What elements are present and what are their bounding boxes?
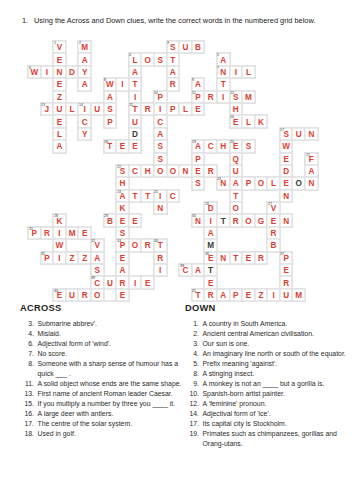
cell-letter: S xyxy=(91,264,104,276)
grid-cell: 29B xyxy=(104,214,117,226)
cell-letter: R xyxy=(204,165,217,177)
down-heading: DOWN xyxy=(185,303,351,313)
clue-text: A solid object whose ends are the same s… xyxy=(38,379,183,389)
grid-cell: 35P xyxy=(41,252,54,264)
cell-letter: F xyxy=(305,153,318,165)
cell-letter: L xyxy=(53,128,66,140)
grid-cell: W xyxy=(53,239,66,251)
grid-cell: I xyxy=(53,252,66,264)
grid-cell: S xyxy=(116,227,129,239)
cell-letter: H xyxy=(141,165,154,177)
cell-letter: Z xyxy=(78,252,91,264)
cell-letter: L xyxy=(179,103,192,115)
grid-cell: E xyxy=(53,115,66,127)
cell-letter: S xyxy=(192,177,205,189)
across-heading: ACROSS xyxy=(20,303,182,313)
grid-cell: O xyxy=(292,177,305,189)
cell-letter: R xyxy=(141,239,154,251)
cell-letter: A xyxy=(104,91,117,103)
clue-text: Primates such as chimpanzees, gorillas a… xyxy=(203,429,352,449)
grid-cell: 12S xyxy=(230,91,243,103)
cell-letter: W xyxy=(280,140,293,152)
clue-item: 14.Adjectival form of 'ice'. xyxy=(185,409,351,419)
grid-cell: Q xyxy=(230,153,243,165)
clue-text: Prefix meaning 'against'. xyxy=(203,359,352,369)
grid-cell: U xyxy=(179,41,192,53)
cell-letter: W xyxy=(28,66,41,78)
grid-cell: N xyxy=(217,252,230,264)
cell-letter: T xyxy=(230,190,243,202)
grid-cell: E xyxy=(280,177,293,189)
cell-letter: I xyxy=(53,252,66,264)
cell-letter: I xyxy=(41,66,54,78)
clue-text: A large deer with antlers. xyxy=(38,409,183,419)
cell-letter: P xyxy=(280,252,293,264)
grid-cell: S xyxy=(192,177,205,189)
cell-letter: O xyxy=(154,165,167,177)
grid-cell: T xyxy=(167,53,180,65)
cell-letter: A xyxy=(154,128,167,140)
cell-letter: A xyxy=(167,66,180,78)
clue-number: 8. xyxy=(20,359,34,379)
grid-cell: 2M xyxy=(78,41,91,53)
grid-cell: E xyxy=(192,165,205,177)
grid-cell: I xyxy=(267,289,280,301)
grid-cell: A xyxy=(154,128,167,140)
grid-cell: E xyxy=(242,252,255,264)
cell-letter: A xyxy=(230,177,243,189)
grid-cell: C xyxy=(129,165,142,177)
cell-letter: I xyxy=(53,227,66,239)
clue-item: 9.A monkey is not an ____ but a gorilla … xyxy=(185,379,351,389)
grid-cell: 41T xyxy=(192,289,205,301)
grid-cell: A xyxy=(78,53,91,65)
cell-letter: O xyxy=(242,214,255,226)
cell-letter: Y xyxy=(78,128,91,140)
cell-letter: P xyxy=(192,91,205,103)
cell-letter: A xyxy=(91,252,104,264)
grid-cell: 15T xyxy=(129,103,142,115)
clue-item: 5.Prefix meaning 'against'. xyxy=(185,359,351,369)
grid-cell: E xyxy=(280,264,293,276)
clue-number: 11. xyxy=(20,379,34,389)
grid-cell: E xyxy=(78,227,91,239)
clue-item: 4.An imaginary line north or south of th… xyxy=(185,349,351,359)
grid-cell: P xyxy=(230,289,243,301)
cell-letter: S xyxy=(167,41,180,53)
cell-letter: P xyxy=(116,239,129,251)
grid-cell: N xyxy=(305,128,318,140)
grid-cell: 4L xyxy=(129,53,142,65)
grid-cell: H xyxy=(230,103,243,115)
grid-cell: E xyxy=(242,289,255,301)
grid-cell: 17S xyxy=(280,128,293,140)
grid-cell: Z xyxy=(255,289,268,301)
cell-letter: T xyxy=(141,190,154,202)
cell-letter: N xyxy=(305,128,318,140)
clue-item: 15.If you multiply a number by three you… xyxy=(20,399,182,409)
cell-letter: N xyxy=(217,252,230,264)
cell-letter: N xyxy=(280,214,293,226)
cell-letter: A xyxy=(217,53,230,65)
grid-cell: E xyxy=(204,276,217,288)
cell-letter: Y xyxy=(78,66,91,78)
grid-cell: Z xyxy=(78,252,91,264)
grid-cell: I xyxy=(217,91,230,103)
grid-cell xyxy=(104,289,117,301)
clue-text: An imaginary line north or south of the … xyxy=(203,349,352,359)
grid-cell: R xyxy=(204,91,217,103)
clue-text: A monkey is not an ____ but a gorilla is… xyxy=(203,379,352,389)
cell-letter: O xyxy=(230,202,243,214)
cell-letter: I xyxy=(154,264,167,276)
cell-letter-given: T xyxy=(204,264,217,276)
grid-cell: E xyxy=(116,289,129,301)
grid-cell: 7N xyxy=(217,66,230,78)
cell-letter: E xyxy=(204,252,217,264)
grid-cell: D xyxy=(129,128,142,140)
cell-letter: M xyxy=(292,289,305,301)
grid-cell: U xyxy=(280,289,293,301)
grid-cell: 1V xyxy=(53,41,66,53)
grid-cell: R xyxy=(78,289,91,301)
grid-cell: E xyxy=(129,214,142,226)
grid-cell: 3S xyxy=(167,41,180,53)
cell-letter: O xyxy=(167,165,180,177)
grid-cell: C xyxy=(167,190,180,202)
cell-letter: B xyxy=(267,239,280,251)
grid-cell: R xyxy=(41,227,54,239)
grid-cell: 8W xyxy=(104,78,117,90)
cell-letter: Q xyxy=(230,153,243,165)
cell-letter: E xyxy=(280,177,293,189)
cell-letter: R xyxy=(78,289,91,301)
cell-letter: Z xyxy=(53,91,66,103)
grid-cell: Z xyxy=(53,91,66,103)
cell-letter: P xyxy=(192,153,205,165)
grid-cell: U xyxy=(230,165,243,177)
grid-cell: R xyxy=(267,227,280,239)
cell-letter: E xyxy=(267,214,280,226)
clue-item: 11.A solid object whose ends are the sam… xyxy=(20,379,182,389)
grid-cell: R xyxy=(167,78,180,90)
grid-cell: E xyxy=(267,214,280,226)
grid-cell: O xyxy=(154,165,167,177)
cell-letter: E xyxy=(53,115,66,127)
grid-cell: W xyxy=(280,140,293,152)
cell-letter: E xyxy=(280,153,293,165)
cell-letter: C xyxy=(154,115,167,127)
grid-cell: 37P xyxy=(280,252,293,264)
grid-cell: T xyxy=(217,78,230,90)
grid-cell: A xyxy=(91,252,104,264)
clue-text: Used in golf. xyxy=(38,429,183,439)
grid-cell: I xyxy=(154,264,167,276)
cell-letter: I xyxy=(230,66,243,78)
grid-cell: O xyxy=(91,289,104,301)
cell-letter: C xyxy=(204,140,217,152)
clue-item: 3.Our sun is one. xyxy=(185,339,351,349)
clue-item: 8.A stinging insect. xyxy=(185,369,351,379)
grid-cell: 38C xyxy=(179,264,192,276)
cell-letter: S xyxy=(280,128,293,140)
grid-cell: R xyxy=(141,239,154,251)
cell-letter: E xyxy=(53,78,66,90)
grid-cell: 16E xyxy=(230,115,243,127)
grid-cell: I xyxy=(204,214,217,226)
cell-letter: P xyxy=(154,91,167,103)
cell-letter: E xyxy=(242,252,255,264)
clue-number: 13. xyxy=(20,389,34,399)
grid-cell: N xyxy=(154,202,167,214)
cell-letter: I xyxy=(154,103,167,115)
cell-letter: U xyxy=(66,289,79,301)
cell-letter: D xyxy=(280,165,293,177)
cell-letter: I xyxy=(129,276,142,288)
clue-number: 1. xyxy=(185,319,199,329)
grid-cell: I xyxy=(53,227,66,239)
cell-letter: R xyxy=(204,91,217,103)
cell-letter: D xyxy=(204,202,217,214)
grid-cell: E xyxy=(53,53,66,65)
cell-letter: S xyxy=(230,91,243,103)
cell-letter: V xyxy=(91,239,104,251)
cell-letter: M xyxy=(78,41,91,53)
grid-cell: T xyxy=(217,214,230,226)
cell-letter: E xyxy=(116,252,129,264)
grid-cell: T xyxy=(129,78,142,90)
cell-letter: S xyxy=(116,165,129,177)
grid-cell: L xyxy=(53,128,66,140)
cell-letter: E xyxy=(116,289,129,301)
grid-cell: R xyxy=(280,276,293,288)
cell-letter: K xyxy=(255,115,268,127)
clue-text: A 'feminine' pronoun. xyxy=(203,399,352,409)
grid-cell: U xyxy=(53,103,66,115)
grid-cell: H xyxy=(217,140,230,152)
cell-letter: H xyxy=(116,177,129,189)
cell-letter: A xyxy=(78,78,91,90)
grid-cell: 33P xyxy=(116,239,129,251)
cell-letter: R xyxy=(280,276,293,288)
grid-cell: S xyxy=(154,140,167,152)
cell-letter: N xyxy=(53,66,66,78)
clue-text: First name of ancient Roman leader Caesa… xyxy=(38,389,183,399)
grid-cell: O xyxy=(167,165,180,177)
clue-item: 17.The centre of the solar system. xyxy=(20,419,182,429)
cell-letter: R xyxy=(141,103,154,115)
clue-text: The centre of the solar system. xyxy=(38,419,183,429)
across-clues-section: ACROSS 3.Submarine abbrev'.4.Mislaid.6.A… xyxy=(20,303,182,439)
cell-letter: E xyxy=(53,289,66,301)
grid-cell: O xyxy=(141,53,154,65)
clue-item: 19.Primates such as chimpanzees, gorilla… xyxy=(185,429,351,449)
cell-letter: A xyxy=(305,165,318,177)
grid-cell: 20E xyxy=(230,140,243,152)
clue-number: 2. xyxy=(185,329,199,339)
cell-letter: C xyxy=(129,165,142,177)
grid-cell: 22S xyxy=(116,165,129,177)
grid-cell: Z xyxy=(66,252,79,264)
cell-letter: E xyxy=(116,140,129,152)
grid-cell: A xyxy=(230,177,243,189)
cell-letter: R xyxy=(167,78,180,90)
grid-cell: R xyxy=(230,214,243,226)
cell-letter: O xyxy=(91,289,104,301)
cell-letter: U xyxy=(91,103,104,115)
grid-cell: M xyxy=(292,289,305,301)
cell-letter: E xyxy=(230,140,243,152)
grid-cell: A xyxy=(78,78,91,90)
grid-cell: H xyxy=(116,177,129,189)
cell-letter: U xyxy=(230,165,243,177)
grid-cell: P xyxy=(104,115,117,127)
grid-cell: E xyxy=(141,276,154,288)
grid-cell: 28K xyxy=(53,214,66,226)
grid-cell: N xyxy=(280,214,293,226)
down-clues-section: DOWN 1.A country in South America.2.Anci… xyxy=(185,303,351,449)
cell-letter: E xyxy=(242,289,255,301)
cell-letter: A xyxy=(192,140,205,152)
cell-letter: I xyxy=(267,289,280,301)
grid-cell: E xyxy=(116,214,129,226)
grid-cell: K xyxy=(255,115,268,127)
grid-cell: I xyxy=(154,103,167,115)
cell-letter: P xyxy=(41,252,54,264)
cell-letter: E xyxy=(129,140,142,152)
grid-cell: E xyxy=(280,153,293,165)
instruction-text: Using the Across and Down clues, write t… xyxy=(34,16,342,25)
grid-cell: R xyxy=(204,289,217,301)
clue-text: Submarine abbrev'. xyxy=(38,319,183,329)
cell-letter: O xyxy=(255,177,268,189)
clue-number: 4. xyxy=(20,329,34,339)
grid-cell: S xyxy=(154,53,167,65)
clue-text: Someone with a sharp sense of humour has… xyxy=(38,359,183,379)
cell-letter: M xyxy=(242,91,255,103)
grid-cell: R xyxy=(154,252,167,264)
cell-letter: U xyxy=(53,103,66,115)
grid-cell: U xyxy=(104,276,117,288)
cell-letter: I xyxy=(217,91,230,103)
cell-letter: D xyxy=(66,66,79,78)
cell-letter: R xyxy=(154,252,167,264)
cell-letter: R xyxy=(267,227,280,239)
clue-number: 17. xyxy=(20,419,34,429)
grid-cell: M xyxy=(204,239,217,251)
grid-cell: T xyxy=(230,252,243,264)
clue-text: Our sun is one. xyxy=(203,339,352,349)
cell-letter: N xyxy=(305,177,318,189)
clue-item: 12.A 'feminine' pronoun. xyxy=(185,399,351,409)
cell-letter: S xyxy=(154,53,167,65)
cell-letter: U xyxy=(129,115,142,127)
down-clue-list: 1.A country in South America.2.Ancient c… xyxy=(185,319,351,449)
cell-letter: E xyxy=(230,115,243,127)
cell-letter: T xyxy=(129,103,142,115)
grid-cell: L xyxy=(66,103,79,115)
cell-letter: R xyxy=(116,276,129,288)
grid-cell: U xyxy=(292,128,305,140)
grid-cell: 24A xyxy=(116,190,129,202)
cell-letter: R xyxy=(41,227,54,239)
grid-cell: 9A xyxy=(192,78,205,90)
cell-letter: A xyxy=(53,140,66,152)
grid-cell: N xyxy=(280,190,293,202)
clue-number: 3. xyxy=(185,339,199,349)
clue-number: 15. xyxy=(20,399,34,409)
cell-letter: A xyxy=(129,66,142,78)
grid-cell: P xyxy=(242,177,255,189)
cell-letter: E xyxy=(78,227,91,239)
cell-letter: A xyxy=(192,78,205,90)
grid-cell: P xyxy=(167,103,180,115)
grid-cell: 25I xyxy=(154,190,167,202)
cell-letter: A xyxy=(116,264,129,276)
clue-item: 16.A large deer with antlers. xyxy=(20,409,182,419)
grid-cell: A xyxy=(217,289,230,301)
grid-cell: R xyxy=(204,165,217,177)
grid-cell: S xyxy=(242,140,255,152)
grid-cell: 40E xyxy=(53,289,66,301)
cell-letter-given: M xyxy=(204,239,217,251)
grid-cell: B xyxy=(267,239,280,251)
clue-item: 13.First name of ancient Roman leader Ca… xyxy=(20,389,182,399)
cell-letter: A xyxy=(78,53,91,65)
grid-cell: M xyxy=(66,227,79,239)
cell-letter: T xyxy=(192,289,205,301)
grid-cell: I xyxy=(129,276,142,288)
cell-letter: S xyxy=(116,227,129,239)
cell-letter: T xyxy=(230,252,243,264)
cell-letter: K xyxy=(53,214,66,226)
clue-text: Spanish-born artist painter. xyxy=(203,389,352,399)
cell-letter: N xyxy=(154,202,167,214)
cell-letter: S xyxy=(154,140,167,152)
cell-letter: E xyxy=(116,214,129,226)
grid-cell: R xyxy=(255,252,268,264)
grid-cell: U xyxy=(129,115,142,127)
cell-letter: I xyxy=(116,78,129,90)
grid-cell: O xyxy=(129,239,142,251)
cell-letter: L xyxy=(66,103,79,115)
grid-cell: Y xyxy=(78,128,91,140)
clue-item: 3.Submarine abbrev'. xyxy=(20,319,182,329)
cell-letter: V xyxy=(267,202,280,214)
clue-number: 4. xyxy=(185,349,199,359)
cell-letter: S xyxy=(104,103,117,115)
cell-letter: W xyxy=(104,78,117,90)
clue-number: 19. xyxy=(185,429,199,449)
grid-cell: O xyxy=(242,214,255,226)
clue-text: No score. xyxy=(38,349,183,359)
cell-letter: U xyxy=(292,128,305,140)
instruction-number: 1. xyxy=(22,16,34,25)
grid-cell: 10P xyxy=(154,91,167,103)
clue-number: 8. xyxy=(185,369,199,379)
clue-text: Adjectival form of 'ice'. xyxy=(203,409,352,419)
grid-cell: 23N xyxy=(217,177,230,189)
cell-letter: L xyxy=(242,115,255,127)
clue-text: Mislaid. xyxy=(38,329,183,339)
cell-letter: P xyxy=(242,177,255,189)
grid-cell: K xyxy=(116,202,129,214)
clue-text: A stinging insect. xyxy=(203,369,352,379)
cell-letter: V xyxy=(53,41,66,53)
cell-letter: Z xyxy=(66,252,79,264)
grid-cell: S xyxy=(154,153,167,165)
clue-item: 17.Its capital city is Stockholm. xyxy=(185,419,351,429)
